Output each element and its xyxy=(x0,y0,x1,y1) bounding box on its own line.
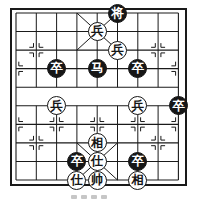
piece-red-elephant[interactable]: 相 xyxy=(128,171,147,190)
caption-glyph-top xyxy=(101,195,107,199)
piece-red-soldier[interactable]: 兵 xyxy=(88,22,107,41)
piece-red-advisor[interactable]: 仕 xyxy=(67,171,86,190)
piece-red-general[interactable]: 帅 xyxy=(88,171,107,190)
piece-black-horse[interactable]: 马 xyxy=(88,59,107,78)
caption-glyph-top xyxy=(71,195,77,199)
piece-red-advisor[interactable]: 仕 xyxy=(88,152,107,171)
xiangqi-board: 将兵兵卒马卒兵兵卒相卒仕卒仕帅相 xyxy=(0,0,200,200)
piece-red-elephant[interactable]: 相 xyxy=(88,133,107,152)
caption-glyph-top xyxy=(91,195,97,199)
scanned-diagram-page: 将兵兵卒马卒兵兵卒相卒仕卒仕帅相 xyxy=(0,0,200,200)
caption-glyph-top xyxy=(81,195,87,199)
piece-red-soldier[interactable]: 兵 xyxy=(108,41,127,60)
piece-black-general[interactable]: 将 xyxy=(108,4,127,23)
caption-fragment xyxy=(71,195,107,199)
